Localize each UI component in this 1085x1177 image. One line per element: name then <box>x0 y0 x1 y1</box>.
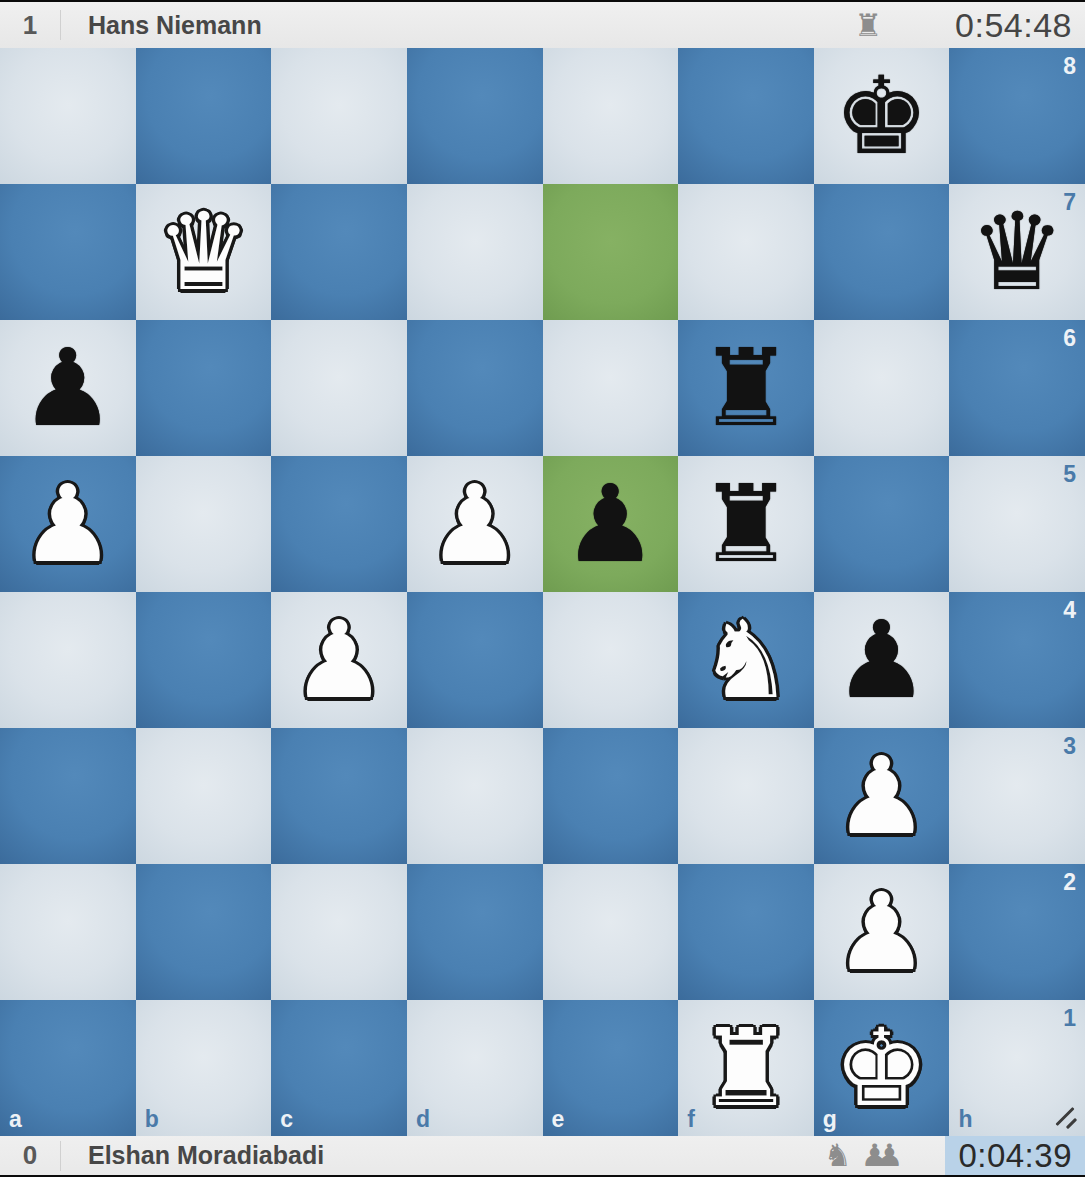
chess-board[interactable]: ♚8♛7♛♟♜6♟♟♟♜5♟♞♟4♟3♟2abcdef♜g♚1h <box>0 48 1085 1136</box>
top-player-clock: 0:54:48 <box>924 6 1085 45</box>
square-e3[interactable] <box>543 728 679 864</box>
square-h7[interactable]: 7♛ <box>949 184 1085 320</box>
square-d1[interactable]: d <box>407 1000 543 1136</box>
square-c3[interactable] <box>271 728 407 864</box>
square-c7[interactable] <box>271 184 407 320</box>
square-g4[interactable]: ♟ <box>814 592 950 728</box>
square-d6[interactable] <box>407 320 543 456</box>
file-label-f: f <box>687 1108 695 1131</box>
rank-label-4: 4 <box>1063 599 1076 622</box>
square-a7[interactable] <box>0 184 136 320</box>
piece-white-rook-f1[interactable]: ♜ <box>678 1000 814 1136</box>
square-a5[interactable]: ♟ <box>0 456 136 592</box>
rank-label-2: 2 <box>1063 871 1076 894</box>
bottom-player-clock: 0:04:39 <box>945 1136 1085 1175</box>
square-g2[interactable]: ♟ <box>814 864 950 1000</box>
top-player-bar: 1 Hans Niemann ♜ 0:54:48 <box>0 2 1085 48</box>
square-h4[interactable]: 4 <box>949 592 1085 728</box>
square-b4[interactable] <box>136 592 272 728</box>
square-f2[interactable] <box>678 864 814 1000</box>
square-b7[interactable]: ♛ <box>136 184 272 320</box>
piece-black-pawn-e5[interactable]: ♟ <box>543 456 679 592</box>
square-f4[interactable]: ♞ <box>678 592 814 728</box>
square-b5[interactable] <box>136 456 272 592</box>
score-name-divider <box>60 1141 61 1171</box>
square-a1[interactable]: a <box>0 1000 136 1136</box>
square-f6[interactable]: ♜ <box>678 320 814 456</box>
square-g7[interactable] <box>814 184 950 320</box>
square-e6[interactable] <box>543 320 679 456</box>
square-c2[interactable] <box>271 864 407 1000</box>
square-f5[interactable]: ♜ <box>678 456 814 592</box>
square-g3[interactable]: ♟ <box>814 728 950 864</box>
file-label-h: h <box>958 1108 972 1131</box>
square-a6[interactable]: ♟ <box>0 320 136 456</box>
square-f7[interactable] <box>678 184 814 320</box>
file-label-d: d <box>416 1108 430 1131</box>
bottom-player-score: 0 <box>0 1140 60 1171</box>
resize-handle-line <box>1066 1118 1077 1129</box>
square-h2[interactable]: 2 <box>949 864 1085 1000</box>
rank-label-3: 3 <box>1063 735 1076 758</box>
rank-label-6: 6 <box>1063 327 1076 350</box>
bottom-player-captured-pieces: ♞♟♟ <box>824 1140 903 1171</box>
file-label-c: c <box>280 1108 293 1131</box>
square-b8[interactable] <box>136 48 272 184</box>
file-label-a: a <box>9 1108 22 1131</box>
captured-pawn-icon: ♟ <box>876 1140 904 1171</box>
square-d3[interactable] <box>407 728 543 864</box>
square-h3[interactable]: 3 <box>949 728 1085 864</box>
captured-rook-icon: ♜ <box>854 10 882 41</box>
rank-label-7: 7 <box>1063 191 1076 214</box>
piece-white-pawn-a5[interactable]: ♟ <box>0 456 136 592</box>
bottom-player-bar: 0 Elshan Moradiabadi ♞♟♟ 0:04:39 <box>0 1136 1085 1175</box>
file-label-e: e <box>552 1108 565 1131</box>
square-d5[interactable]: ♟ <box>407 456 543 592</box>
file-label-g: g <box>823 1108 837 1131</box>
square-c5[interactable] <box>271 456 407 592</box>
square-h5[interactable]: 5 <box>949 456 1085 592</box>
square-f3[interactable] <box>678 728 814 864</box>
square-h8[interactable]: 8 <box>949 48 1085 184</box>
piece-white-knight-f4[interactable]: ♞ <box>678 592 814 728</box>
square-a8[interactable] <box>0 48 136 184</box>
square-g8[interactable]: ♚ <box>814 48 950 184</box>
square-e7[interactable] <box>543 184 679 320</box>
piece-black-rook-f6[interactable]: ♜ <box>678 320 814 456</box>
piece-black-pawn-g4[interactable]: ♟ <box>814 592 950 728</box>
square-b2[interactable] <box>136 864 272 1000</box>
square-c4[interactable]: ♟ <box>271 592 407 728</box>
square-b1[interactable]: b <box>136 1000 272 1136</box>
board-resize-handle[interactable] <box>1052 1103 1080 1131</box>
square-d4[interactable] <box>407 592 543 728</box>
square-e8[interactable] <box>543 48 679 184</box>
square-f8[interactable] <box>678 48 814 184</box>
rank-label-5: 5 <box>1063 463 1076 486</box>
piece-white-pawn-d5[interactable]: ♟ <box>407 456 543 592</box>
square-b6[interactable] <box>136 320 272 456</box>
square-c6[interactable] <box>271 320 407 456</box>
square-b3[interactable] <box>136 728 272 864</box>
top-player-name: Hans Niemann <box>88 11 262 40</box>
piece-black-rook-f5[interactable]: ♜ <box>678 456 814 592</box>
square-d2[interactable] <box>407 864 543 1000</box>
piece-black-pawn-a6[interactable]: ♟ <box>0 320 136 456</box>
square-d8[interactable] <box>407 48 543 184</box>
square-e5[interactable]: ♟ <box>543 456 679 592</box>
square-a3[interactable] <box>0 728 136 864</box>
square-f1[interactable]: f♜ <box>678 1000 814 1136</box>
score-name-divider <box>60 10 61 40</box>
square-e1[interactable]: e <box>543 1000 679 1136</box>
piece-white-pawn-c4[interactable]: ♟ <box>271 592 407 728</box>
piece-black-king-g8[interactable]: ♚ <box>814 48 950 184</box>
top-player-captured-pieces: ♜ <box>854 10 882 41</box>
captured-knight-icon: ♞ <box>824 1140 852 1171</box>
square-c8[interactable] <box>271 48 407 184</box>
piece-white-pawn-g2[interactable]: ♟ <box>814 864 950 1000</box>
file-label-b: b <box>145 1108 159 1131</box>
piece-white-queen-b7[interactable]: ♛ <box>136 184 272 320</box>
piece-white-pawn-g3[interactable]: ♟ <box>814 728 950 864</box>
rank-label-8: 8 <box>1063 55 1076 78</box>
rank-label-1: 1 <box>1063 1007 1076 1030</box>
square-g6[interactable] <box>814 320 950 456</box>
square-a2[interactable] <box>0 864 136 1000</box>
square-h6[interactable]: 6 <box>949 320 1085 456</box>
square-c1[interactable]: c <box>271 1000 407 1136</box>
square-d7[interactable] <box>407 184 543 320</box>
square-g5[interactable] <box>814 456 950 592</box>
square-a4[interactable] <box>0 592 136 728</box>
top-player-score: 1 <box>0 10 60 41</box>
square-g1[interactable]: g♚ <box>814 1000 950 1136</box>
square-e4[interactable] <box>543 592 679 728</box>
bottom-player-name: Elshan Moradiabadi <box>88 1141 324 1170</box>
square-e2[interactable] <box>543 864 679 1000</box>
